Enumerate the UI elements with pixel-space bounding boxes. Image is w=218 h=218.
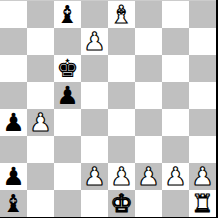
- square-f2[interactable]: ♟: [135, 163, 162, 190]
- square-g6[interactable]: [162, 55, 189, 82]
- chess-board: ♝♝♟♚♟♟♟♟♟♟♟♟♟♝♚♜: [0, 1, 216, 217]
- square-f7[interactable]: [135, 28, 162, 55]
- black-pawn-piece: ♟: [2, 109, 24, 136]
- square-a3[interactable]: [0, 136, 27, 163]
- square-e1[interactable]: ♚: [108, 190, 135, 217]
- square-c6[interactable]: ♚: [54, 55, 81, 82]
- square-h7[interactable]: [189, 28, 216, 55]
- square-a8[interactable]: [0, 1, 27, 28]
- white-pawn-piece: ♟: [83, 163, 105, 190]
- white-pawn-piece: ♟: [137, 163, 159, 190]
- square-h8[interactable]: [189, 1, 216, 28]
- square-e5[interactable]: [108, 82, 135, 109]
- square-b6[interactable]: [27, 55, 54, 82]
- square-d5[interactable]: [81, 82, 108, 109]
- square-b1[interactable]: [27, 190, 54, 217]
- square-c8[interactable]: ♝: [54, 1, 81, 28]
- square-a1[interactable]: ♝: [0, 190, 27, 217]
- black-king-piece: ♚: [56, 55, 78, 82]
- square-d2[interactable]: ♟: [81, 163, 108, 190]
- square-a2[interactable]: ♟: [0, 163, 27, 190]
- square-c2[interactable]: [54, 163, 81, 190]
- square-a7[interactable]: [0, 28, 27, 55]
- square-f5[interactable]: [135, 82, 162, 109]
- square-f1[interactable]: [135, 190, 162, 217]
- square-g3[interactable]: [162, 136, 189, 163]
- white-bishop-piece: ♝: [110, 1, 132, 28]
- square-h6[interactable]: [189, 55, 216, 82]
- square-c7[interactable]: [54, 28, 81, 55]
- square-e7[interactable]: [108, 28, 135, 55]
- square-a4[interactable]: ♟: [0, 109, 27, 136]
- square-b8[interactable]: [27, 1, 54, 28]
- square-a5[interactable]: [0, 82, 27, 109]
- square-d7[interactable]: ♟: [81, 28, 108, 55]
- white-pawn-piece: ♟: [191, 163, 213, 190]
- square-e3[interactable]: [108, 136, 135, 163]
- square-c5[interactable]: ♟: [54, 82, 81, 109]
- square-b4[interactable]: ♟: [27, 109, 54, 136]
- square-c1[interactable]: [54, 190, 81, 217]
- square-e4[interactable]: [108, 109, 135, 136]
- square-a6[interactable]: [0, 55, 27, 82]
- square-d6[interactable]: [81, 55, 108, 82]
- white-pawn-piece: ♟: [29, 109, 51, 136]
- square-d3[interactable]: [81, 136, 108, 163]
- square-b5[interactable]: [27, 82, 54, 109]
- square-f4[interactable]: [135, 109, 162, 136]
- white-rook-piece: ♜: [191, 190, 213, 217]
- square-d4[interactable]: [81, 109, 108, 136]
- square-b2[interactable]: [27, 163, 54, 190]
- chess-diagram-frame: ♝♝♟♚♟♟♟♟♟♟♟♟♟♝♚♜: [0, 0, 218, 218]
- square-f6[interactable]: [135, 55, 162, 82]
- square-f8[interactable]: [135, 1, 162, 28]
- square-g7[interactable]: [162, 28, 189, 55]
- black-bishop-piece: ♝: [2, 190, 24, 217]
- square-h3[interactable]: [189, 136, 216, 163]
- square-d1[interactable]: [81, 190, 108, 217]
- square-g8[interactable]: [162, 1, 189, 28]
- white-king-piece: ♚: [110, 190, 132, 217]
- square-h1[interactable]: ♜: [189, 190, 216, 217]
- square-c3[interactable]: [54, 136, 81, 163]
- square-h4[interactable]: [189, 109, 216, 136]
- square-f3[interactable]: [135, 136, 162, 163]
- square-e6[interactable]: [108, 55, 135, 82]
- black-pawn-piece: ♟: [56, 82, 78, 109]
- square-b3[interactable]: [27, 136, 54, 163]
- square-h5[interactable]: [189, 82, 216, 109]
- black-pawn-piece: ♟: [2, 163, 24, 190]
- square-b7[interactable]: [27, 28, 54, 55]
- square-e2[interactable]: ♟: [108, 163, 135, 190]
- square-h2[interactable]: ♟: [189, 163, 216, 190]
- square-g4[interactable]: [162, 109, 189, 136]
- white-pawn-piece: ♟: [164, 163, 186, 190]
- square-g5[interactable]: [162, 82, 189, 109]
- white-pawn-piece: ♟: [110, 163, 132, 190]
- square-e8[interactable]: ♝: [108, 1, 135, 28]
- square-g2[interactable]: ♟: [162, 163, 189, 190]
- square-c4[interactable]: [54, 109, 81, 136]
- white-pawn-piece: ♟: [83, 28, 105, 55]
- black-bishop-piece: ♝: [56, 1, 78, 28]
- square-g1[interactable]: [162, 190, 189, 217]
- square-d8[interactable]: [81, 1, 108, 28]
